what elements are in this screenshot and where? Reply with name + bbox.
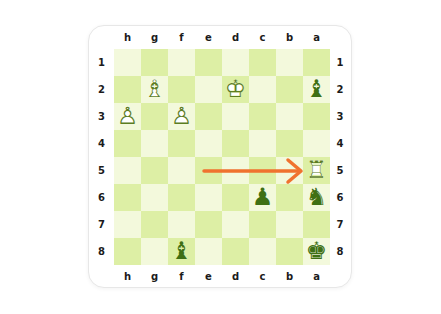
square-a4[interactable] [303,130,330,157]
black-bishop-icon: ♝ [168,238,195,265]
square-e2[interactable] [195,76,222,103]
black-pawn-icon: ♟ [249,184,276,211]
square-f3[interactable]: ♟♙ [168,103,195,130]
square-b1[interactable] [276,49,303,76]
rank-label-6: 6 [89,184,114,211]
square-c4[interactable] [249,130,276,157]
square-b2[interactable] [276,76,303,103]
file-label-a: a [303,264,330,288]
square-g2[interactable]: ♝♗ [141,76,168,103]
square-f4[interactable] [168,130,195,157]
rank-label-7: 7 [328,211,352,238]
square-g1[interactable] [141,49,168,76]
square-g3[interactable] [141,103,168,130]
rank-labels-left: 12345678 [89,49,114,265]
square-d3[interactable] [222,103,249,130]
square-h5[interactable] [114,157,141,184]
square-a6[interactable]: ♞ [303,184,330,211]
square-d4[interactable] [222,130,249,157]
square-f7[interactable] [168,211,195,238]
square-c7[interactable] [249,211,276,238]
square-f1[interactable] [168,49,195,76]
square-h8[interactable] [114,238,141,265]
rank-label-2: 2 [89,76,114,103]
square-h6[interactable] [114,184,141,211]
rank-label-4: 4 [328,130,352,157]
white-bishop-outline-icon: ♗ [141,76,168,103]
square-e3[interactable] [195,103,222,130]
file-label-f: f [168,264,195,288]
square-d1[interactable] [222,49,249,76]
file-labels-bottom: hgfedcba [114,264,330,288]
square-d7[interactable] [222,211,249,238]
square-b4[interactable] [276,130,303,157]
square-h4[interactable] [114,130,141,157]
square-c3[interactable] [249,103,276,130]
white-pawn-icon: ♟ [168,103,195,130]
file-label-a: a [303,26,330,48]
square-d2[interactable]: ♚♔ [222,76,249,103]
square-e4[interactable] [195,130,222,157]
rank-label-6: 6 [328,184,352,211]
square-f6[interactable] [168,184,195,211]
square-f8[interactable]: ♝ [168,238,195,265]
rank-label-8: 8 [328,238,352,265]
black-knight-icon: ♞ [303,184,330,211]
square-h2[interactable] [114,76,141,103]
black-king-icon: ♚ [303,238,330,265]
white-pawn-outline-icon: ♙ [168,103,195,130]
file-label-d: d [222,264,249,288]
file-labels-top: hgfedcba [114,26,330,48]
white-bishop-icon: ♝ [141,76,168,103]
white-king-icon: ♚ [222,76,249,103]
square-a8[interactable]: ♚ [303,238,330,265]
white-rook-icon: ♜ [303,157,330,184]
square-e6[interactable] [195,184,222,211]
square-a1[interactable] [303,49,330,76]
square-c8[interactable] [249,238,276,265]
square-b5[interactable] [276,157,303,184]
file-label-b: b [276,264,303,288]
white-pawn-icon: ♟ [114,103,141,130]
page-background: hgfedcba 12345678 12345678 hgfedcba ♝♗♚♔… [0,0,441,314]
rank-label-1: 1 [328,49,352,76]
square-a2[interactable]: ♝ [303,76,330,103]
square-b7[interactable] [276,211,303,238]
square-c5[interactable] [249,157,276,184]
white-rook-outline-icon: ♖ [303,157,330,184]
rank-label-4: 4 [89,130,114,157]
square-b6[interactable] [276,184,303,211]
rank-labels-right: 12345678 [328,49,352,265]
square-b8[interactable] [276,238,303,265]
square-d8[interactable] [222,238,249,265]
square-f2[interactable] [168,76,195,103]
white-king-outline-icon: ♔ [222,76,249,103]
square-h3[interactable]: ♟♙ [114,103,141,130]
square-e1[interactable] [195,49,222,76]
square-g8[interactable] [141,238,168,265]
rank-label-5: 5 [328,157,352,184]
square-e8[interactable] [195,238,222,265]
square-h7[interactable] [114,211,141,238]
rank-label-2: 2 [328,76,352,103]
board-card: hgfedcba 12345678 12345678 hgfedcba ♝♗♚♔… [88,25,352,288]
file-label-e: e [195,264,222,288]
file-label-c: c [249,26,276,48]
white-pawn-outline-icon: ♙ [114,103,141,130]
square-b3[interactable] [276,103,303,130]
rank-label-1: 1 [89,49,114,76]
file-label-g: g [141,264,168,288]
file-label-d: d [222,26,249,48]
black-bishop-icon: ♝ [303,76,330,103]
square-c2[interactable] [249,76,276,103]
rank-label-7: 7 [89,211,114,238]
square-a5[interactable]: ♜♖ [303,157,330,184]
square-a3[interactable] [303,103,330,130]
square-d5[interactable] [222,157,249,184]
file-label-f: f [168,26,195,48]
file-label-b: b [276,26,303,48]
rank-label-3: 3 [328,103,352,130]
rank-label-3: 3 [89,103,114,130]
file-label-g: g [141,26,168,48]
square-a7[interactable] [303,211,330,238]
square-c1[interactable] [249,49,276,76]
square-h1[interactable] [114,49,141,76]
square-e5[interactable] [195,157,222,184]
square-g5[interactable] [141,157,168,184]
chessboard: ♝♗♚♔♝♟♙♟♙♜♖♟♞♝♚ [114,49,330,265]
square-f5[interactable] [168,157,195,184]
square-e7[interactable] [195,211,222,238]
file-label-e: e [195,26,222,48]
square-g6[interactable] [141,184,168,211]
file-label-h: h [114,264,141,288]
square-g4[interactable] [141,130,168,157]
square-c6[interactable]: ♟ [249,184,276,211]
rank-label-5: 5 [89,157,114,184]
square-d6[interactable] [222,184,249,211]
square-g7[interactable] [141,211,168,238]
rank-label-8: 8 [89,238,114,265]
file-label-h: h [114,26,141,48]
file-label-c: c [249,264,276,288]
